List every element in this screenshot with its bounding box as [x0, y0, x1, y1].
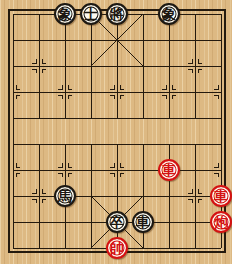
piece-red-cannon[interactable]: 炮: [210, 211, 232, 233]
piece-red-chariot[interactable]: 車: [210, 185, 232, 207]
xiangqi-board[interactable]: 象士將象車馬車卒車炮帥: [0, 1, 232, 261]
piece-black-soldier[interactable]: 卒: [106, 211, 128, 233]
xiangqi-app: 象士將象車馬車卒車炮帥: [0, 0, 232, 264]
piece-black-elephant[interactable]: 象: [54, 3, 76, 25]
piece-black-horse[interactable]: 馬: [54, 185, 76, 207]
piece-black-elephant[interactable]: 象: [158, 3, 180, 25]
piece-black-general[interactable]: 將: [106, 3, 128, 25]
piece-black-advisor[interactable]: 士: [80, 3, 102, 25]
piece-red-general[interactable]: 帥: [106, 237, 128, 259]
piece-red-chariot[interactable]: 車: [158, 159, 180, 181]
piece-black-chariot[interactable]: 車: [132, 211, 154, 233]
